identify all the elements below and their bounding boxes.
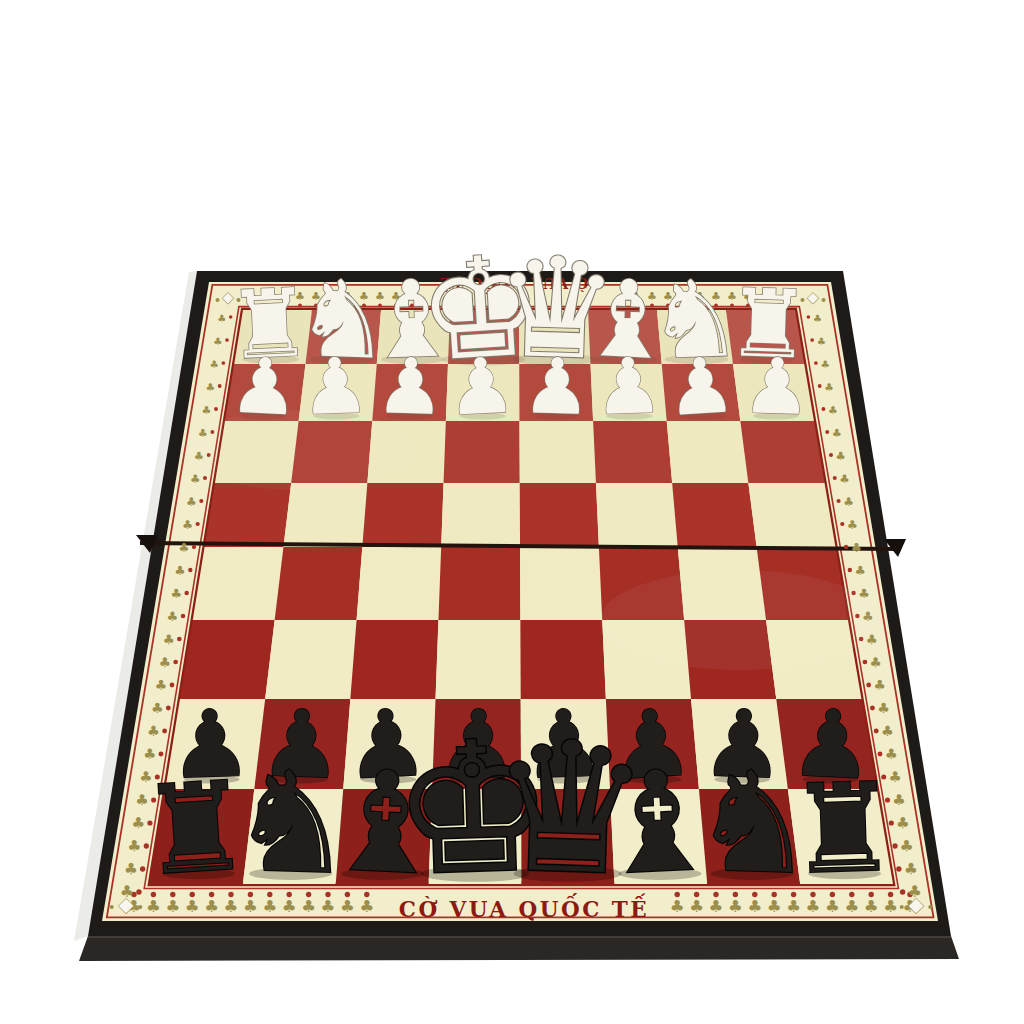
gold-trim-icon: ♣ <box>170 586 182 601</box>
gold-trim-icon: ♣ <box>182 518 193 532</box>
case-underside <box>79 936 959 961</box>
gold-trim-icon: ♣ <box>202 404 212 417</box>
square-h6[interactable] <box>180 620 275 699</box>
gold-trim-icon: ♣ <box>851 540 862 555</box>
trim-dot <box>810 338 814 342</box>
trim-dot <box>218 384 222 388</box>
gold-trim-icon: ♣ <box>873 677 885 693</box>
gold-trim-icon: ♣ <box>186 495 197 509</box>
glare <box>600 570 880 670</box>
trim-dot <box>825 430 829 434</box>
square-h4[interactable] <box>205 483 292 547</box>
corner-dot <box>928 905 932 909</box>
trim-dot <box>188 568 192 572</box>
square-e6[interactable] <box>436 620 521 699</box>
trim-dot <box>814 361 818 365</box>
corner-fleur-icon: ◆ <box>909 893 924 915</box>
square-e4[interactable] <box>441 483 520 547</box>
square-d4[interactable] <box>520 483 599 547</box>
gold-trim-icon: ♣ <box>178 540 189 555</box>
corner-dot <box>900 905 904 909</box>
gold-trim-icon: ♣ <box>163 632 175 647</box>
trim-dot <box>822 407 826 411</box>
square-g5[interactable] <box>275 547 363 620</box>
gold-trim-icon: ♣ <box>843 495 854 509</box>
corner-dot <box>110 905 114 909</box>
gold-trim-icon: ♣ <box>883 897 898 916</box>
gold-trim-icon: ♣ <box>167 609 179 624</box>
square-g4[interactable] <box>283 483 367 547</box>
trim-dot <box>136 889 141 894</box>
trim-dot <box>203 476 207 480</box>
square-a4[interactable] <box>748 483 835 547</box>
corner-fleur-icon: ◆ <box>119 893 134 915</box>
trim-dot <box>177 637 182 642</box>
corner-dot <box>138 905 142 909</box>
gold-trim-icon: ♣ <box>839 472 849 486</box>
square-d5[interactable] <box>520 547 602 620</box>
gold-trim-icon: ♣ <box>128 837 142 855</box>
trim-dot <box>192 545 196 549</box>
gold-trim-icon: ♣ <box>159 654 171 670</box>
white-pawn-e2[interactable]: ♟ <box>445 340 518 432</box>
gold-trim-icon: ♣ <box>870 654 882 670</box>
corner-dot <box>216 298 220 302</box>
trim-dot <box>866 683 871 688</box>
gold-trim-icon: ♣ <box>854 563 865 578</box>
white-pawn-d2[interactable]: ♟ <box>521 341 593 432</box>
square-b4[interactable] <box>672 483 756 547</box>
trim-dot <box>818 384 822 388</box>
white-pawn-f2[interactable]: ♟ <box>374 341 446 432</box>
chess-set-photo: ♣♣♣♣♣♣♣♣♣♣♣♣♣♣♣♣♣♣♣♣♣♣♣♣♣♣♣♣♣♣♣♣♣♣♣♣♣♣♣♣… <box>0 0 1024 1024</box>
trim-dot <box>162 729 167 734</box>
gold-trim-icon: ♣ <box>832 427 842 440</box>
black-rook-a8[interactable]: ♜ <box>786 756 900 901</box>
gold-trim-icon: ♣ <box>824 381 834 394</box>
gold-trim-icon: ♣ <box>820 358 829 370</box>
gold-trim-icon: ♣ <box>896 814 910 832</box>
trim-dot <box>184 591 188 595</box>
trim-dot <box>863 660 868 665</box>
trim-dot <box>214 407 218 411</box>
gold-trim-icon: ♣ <box>836 449 846 463</box>
trim-dot <box>158 752 163 757</box>
white-pawn-b2[interactable]: ♟ <box>664 340 738 433</box>
square-c4[interactable] <box>596 483 678 547</box>
white-pawn-g2[interactable]: ♟ <box>300 341 372 432</box>
trim-dot <box>196 522 200 526</box>
gold-trim-icon: ♣ <box>155 677 167 693</box>
trim-dot <box>900 889 905 894</box>
gold-trim-icon: ♣ <box>817 335 826 347</box>
trim-dot <box>836 499 840 503</box>
gold-trim-icon: ♣ <box>864 897 879 916</box>
white-pawn-c2[interactable]: ♟ <box>593 341 665 432</box>
trim-dot <box>829 453 833 457</box>
trim-dot <box>173 660 178 665</box>
trim-dot <box>833 476 837 480</box>
square-h5[interactable] <box>193 547 284 620</box>
trim-dot <box>181 614 186 619</box>
gold-trim-icon: ♣ <box>847 518 858 532</box>
trim-dot <box>221 361 225 365</box>
gold-trim-icon: ♣ <box>190 472 200 486</box>
gold-trim-icon: ♣ <box>209 358 218 370</box>
gold-trim-icon: ♣ <box>124 859 138 878</box>
white-pawn-h2[interactable]: ♟ <box>228 340 301 432</box>
trim-dot <box>874 729 879 734</box>
gold-trim-icon: ♣ <box>206 381 216 394</box>
gold-trim-icon: ♣ <box>213 335 222 347</box>
corner-dot <box>822 298 826 302</box>
trim-dot <box>848 568 852 572</box>
gold-trim-icon: ♣ <box>881 723 894 739</box>
gold-trim-icon: ♣ <box>900 837 914 855</box>
trim-dot <box>840 522 844 526</box>
trim-dot <box>170 683 175 688</box>
gold-trim-icon: ♣ <box>877 700 890 716</box>
square-e5[interactable] <box>438 547 520 620</box>
gold-trim-icon: ♣ <box>904 859 918 878</box>
gold-trim-icon: ♣ <box>147 723 160 739</box>
square-g6[interactable] <box>265 620 356 699</box>
gold-trim-icon: ♣ <box>151 700 164 716</box>
square-f4[interactable] <box>362 483 443 547</box>
gold-trim-icon: ♣ <box>174 563 185 578</box>
gold-trim-icon: ♣ <box>813 313 822 324</box>
square-d6[interactable] <box>520 620 606 699</box>
gold-trim-icon: ♣ <box>828 404 838 417</box>
trim-dot <box>844 545 848 549</box>
chessboard: ♣♣♣♣♣♣♣♣♣♣♣♣♣♣♣♣♣♣♣♣♣♣♣♣♣♣♣♣♣♣♣♣♣♣♣♣♣♣♣♣… <box>0 0 1024 1024</box>
square-f6[interactable] <box>350 620 438 699</box>
gold-trim-icon: ♣ <box>217 313 226 324</box>
gold-trim-icon: ♣ <box>844 897 859 916</box>
square-f5[interactable] <box>357 547 442 620</box>
gold-trim-icon: ♣ <box>204 897 219 916</box>
white-pawn-a2[interactable]: ♟ <box>741 341 813 432</box>
trim-dot <box>199 499 203 503</box>
